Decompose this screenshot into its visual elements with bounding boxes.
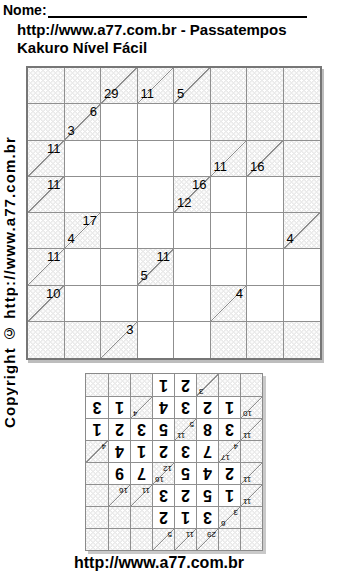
solution-digit: 3 [175,397,196,418]
solution-cell-r2-c0: 11 [240,484,262,506]
puzzle-cell-r5-c6[interactable] [247,249,284,285]
solution-cell-r0-c4: 5 [152,528,174,550]
right-clue: 6 [221,519,225,528]
puzzle-cell-r2-c6: 16 [247,141,284,177]
solution-cell-r2-c6: 16 [108,484,130,506]
puzzle-cell-r5-c7[interactable] [284,249,321,285]
puzzle-cell-r6-c1[interactable] [65,286,102,322]
solution-digit: 1 [153,374,174,396]
puzzle-cell-r0-c3: 11 [138,68,175,104]
solution-cell-r1-c1: 63 [218,506,240,528]
solution-cell-r2-c1: 1 [218,484,240,506]
puzzle-cell-r7-c3[interactable] [138,322,175,358]
solution-cell-r6-c0: 10 [240,396,262,418]
puzzle-cell-r0-c7 [284,68,321,104]
right-clue: 10 [243,409,252,418]
down-clue: 3 [68,124,75,138]
right-clue: 3 [126,323,133,337]
solution-cell-r6-c5: 4 [130,396,152,418]
solution-cell-r7-c7 [86,374,108,396]
solution-cell-r5-c7: 1 [86,418,108,440]
right-clue: 17 [83,214,97,228]
solution-digit: 1 [175,507,196,528]
puzzle-cell-r2-c2[interactable] [101,141,138,177]
puzzle-cell-r6-c4[interactable] [174,286,211,322]
puzzle-cell-r2-c1[interactable] [65,141,102,177]
puzzle-cell-r4-c6[interactable] [247,213,284,249]
puzzle-cell-r1-c5 [211,104,248,140]
down-clue: 5 [190,420,194,429]
solution-digit: 4 [197,463,218,484]
right-clue: 11 [177,431,185,440]
solution-cell-r3-c1: 2 [218,462,240,484]
solution-digit: 1 [86,419,108,440]
puzzle-cell-r2-c3[interactable] [138,141,175,177]
puzzle-cell-r2-c4[interactable] [174,141,211,177]
solution-cell-r7-c4: 1 [152,374,174,396]
solution-cell-r0-c7 [86,528,108,550]
puzzle-cell-r0-c6 [247,68,284,104]
solution-cell-r2-c2: 5 [196,484,218,506]
solution-digit: 7 [131,463,152,484]
solution-digit: 2 [109,419,130,440]
solution-cell-r6-c7: 3 [86,396,108,418]
puzzle-cell-r0-c1 [65,68,102,104]
solution-cell-r6-c1: 1 [218,396,240,418]
solution-cell-r5-c2: 8 [196,418,218,440]
solution-cell-r3-c7 [86,462,108,484]
solution-cell-r0-c6 [108,528,130,550]
down-clue: 16 [119,486,128,495]
down-clue: 4 [68,232,75,246]
solution-cell-r7-c2: 3 [196,374,218,396]
solution-digit: 2 [175,374,196,396]
solution-cell-r4-c3: 3 [174,440,196,462]
solution-cell-r0-c1 [218,528,240,550]
puzzle-title: Kakuro Nível Fácil [17,39,147,56]
puzzle-cell-r5-c0: 11 [28,249,65,285]
solution-cell-r4-c5: 1 [130,440,152,462]
solution-cell-r7-c3: 2 [174,374,196,396]
puzzle-cell-r1-c4[interactable] [174,104,211,140]
right-clue: 16 [155,475,164,484]
right-clue: 17 [221,453,230,462]
solution-cell-r1-c0 [240,506,262,528]
solution-cell-r5-c3: 115 [174,418,196,440]
solution-cell-r3-c3: 5 [174,462,196,484]
solution-cell-r6-c2: 2 [196,396,218,418]
puzzle-cell-r7-c5 [211,322,248,358]
puzzle-cell-r0-c0 [28,68,65,104]
down-clue: 11 [186,530,194,539]
solution-digit: 4 [153,397,174,418]
solution-digit: 1 [109,397,130,418]
puzzle-cell-r4-c5[interactable] [211,213,248,249]
puzzle-cell-r7-c7 [284,322,321,358]
solution-cell-r6-c4: 4 [152,396,174,418]
solution-digit: 2 [219,463,240,484]
solution-cell-r6-c6: 1 [108,396,130,418]
puzzle-cell-r7-c6 [247,322,284,358]
right-clue: 11 [47,178,61,192]
puzzle-cell-r4-c4[interactable] [174,213,211,249]
name-label: Nome: [3,2,47,18]
solution-cell-r7-c0 [240,374,262,396]
solution-digit: 3 [197,507,218,528]
solution-digit: 8 [197,419,218,440]
puzzle-cell-r3-c1[interactable] [65,177,102,213]
solution-digit: 2 [153,507,174,528]
down-clue: 4 [287,232,294,246]
solution-cell-r3-c6: 9 [108,462,130,484]
puzzle-cell-r6-c6[interactable] [247,286,284,322]
puzzle-cell-r3-c7 [284,177,321,213]
puzzle-cell-r6-c5: 4 [211,286,248,322]
solution-cell-r1-c4: 2 [152,506,174,528]
down-clue: 11 [214,160,228,174]
puzzle-cell-r5-c2[interactable] [101,249,138,285]
puzzle-cell-r4-c1: 174 [65,213,102,249]
solution-digit: 2 [175,485,196,506]
solution-digit: 5 [197,485,218,506]
kakuro-puzzle-grid: 29115631111161116121744111151043 [26,66,322,360]
puzzle-cell-r7-c2: 3 [101,322,138,358]
puzzle-cell-r1-c7 [284,104,321,140]
puzzle-cell-r2-c7 [284,141,321,177]
down-clue: 29 [104,87,118,101]
puzzle-cell-r2-c5: 11 [211,141,248,177]
puzzle-cell-r5-c1[interactable] [65,249,102,285]
solution-digit: 3 [131,419,152,440]
puzzle-cell-r6-c2[interactable] [101,286,138,322]
down-clue: 12 [177,196,191,210]
solution-cell-r4-c4: 2 [152,440,174,462]
solution-cell-r1-c5 [130,506,152,528]
solution-cell-r3-c2: 4 [196,462,218,484]
puzzle-cell-r5-c4[interactable] [174,249,211,285]
solution-cell-r3-c5: 7 [130,462,152,484]
puzzle-cell-r3-c6[interactable] [247,177,284,213]
solution-cell-r4-c2: 7 [196,440,218,462]
right-clue: 16 [192,178,206,192]
solution-cell-r0-c5 [130,528,152,550]
solution-digit: 1 [131,441,152,462]
puzzle-cell-r5-c5[interactable] [211,249,248,285]
right-clue: 3 [199,387,203,396]
kakuro-solution-grid: 2911563312111523111611245161279174732144… [85,373,263,551]
solution-cell-r5-c4: 5 [152,418,174,440]
solution-cell-r2-c7 [86,484,108,506]
solution-cell-r1-c7 [86,506,108,528]
puzzle-cell-r0-c4: 5 [174,68,211,104]
right-clue: 11 [243,497,251,506]
footer-url: http://www.a77.com.br [0,554,329,572]
solution-cell-r1-c3: 1 [174,506,196,528]
solution-cell-r1-c2: 3 [196,506,218,528]
solution-digit: 2 [153,441,174,462]
solution-cell-r3-c4: 1612 [152,462,174,484]
puzzle-cell-r1-c6 [247,104,284,140]
solution-cell-r4-c1: 174 [218,440,240,462]
down-clue: 11 [141,87,155,101]
solution-cell-r2-c3: 2 [174,484,196,506]
solution-cell-r5-c1: 3 [218,418,240,440]
down-clue: 12 [163,464,172,473]
puzzle-cell-r4-c2[interactable] [101,213,138,249]
puzzle-cell-r4-c3[interactable] [138,213,175,249]
down-clue: 5 [177,87,184,101]
solution-cell-r4-c7: 4 [86,440,108,462]
right-clue: 11 [243,475,251,484]
solution-digit: 5 [153,419,174,440]
down-clue: 16 [250,160,264,174]
puzzle-cell-r7-c4[interactable] [174,322,211,358]
solution-digit: 1 [219,397,240,418]
solution-cell-r2-c4: 3 [152,484,174,506]
solution-cell-r4-c0 [240,440,262,462]
down-clue: 5 [141,269,148,283]
puzzle-cell-r6-c0: 10 [28,286,65,322]
solution-cell-r2-c5: 11 [130,484,152,506]
kakuro-solution-grid-rotated: 2911563312111523111611245161279174732144… [86,374,262,550]
solution-digit: 9 [109,463,130,484]
puzzle-cell-r1-c1: 63 [65,104,102,140]
solution-cell-r4-c6: 4 [108,440,130,462]
puzzle-cell-r3-c5[interactable] [211,177,248,213]
solution-digit: 5 [175,463,196,484]
puzzle-cell-r3-c2[interactable] [101,177,138,213]
puzzle-cell-r0-c5 [211,68,248,104]
puzzle-cell-r4-c0 [28,213,65,249]
down-clue: 4 [234,442,238,451]
right-clue: 11 [157,250,171,264]
solution-digit: 3 [86,397,108,418]
puzzle-cell-r7-c0 [28,322,65,358]
solution-cell-r1-c6 [108,506,130,528]
solution-digit: 1 [219,485,240,506]
solution-cell-r0-c2: 29 [196,528,218,550]
name-line: Nome: [3,2,307,18]
solution-digit: 3 [219,419,240,440]
puzzle-cell-r6-c7[interactable] [284,286,321,322]
solution-digit: 3 [175,441,196,462]
right-clue: 11 [243,431,251,440]
puzzle-cell-r6-c3[interactable] [138,286,175,322]
puzzle-cell-r7-c1 [65,322,102,358]
site-url-heading: http://www.a77.com.br - Passatempos [17,21,287,38]
right-clue: 11 [47,250,61,264]
solution-cell-r7-c5 [130,374,152,396]
copyright-vertical-text: Copyright © http://www.a77.com.br [1,84,18,428]
solution-digit: 2 [197,397,218,418]
right-clue: 6 [90,105,97,119]
down-clue: 4 [102,442,106,451]
solution-digit: 7 [197,441,218,462]
puzzle-cell-r1-c3[interactable] [138,104,175,140]
puzzle-cell-r2-c0: 11 [28,141,65,177]
down-clue: 3 [234,508,238,517]
down-clue: 5 [168,530,172,539]
puzzle-cell-r1-c2[interactable] [101,104,138,140]
puzzle-cell-r3-c4: 1612 [174,177,211,213]
name-underline[interactable] [48,3,307,18]
down-clue: 11 [142,486,150,495]
solution-cell-r3-c0: 11 [240,462,262,484]
puzzle-cell-r3-c0: 11 [28,177,65,213]
puzzle-cell-r4-c7: 4 [284,213,321,249]
puzzle-cell-r1-c0 [28,104,65,140]
solution-cell-r5-c6: 2 [108,418,130,440]
right-clue: 11 [47,142,61,156]
puzzle-cell-r0-c2: 29 [101,68,138,104]
down-clue: 29 [207,530,216,539]
solution-cell-r0-c3: 11 [174,528,196,550]
solution-digit: 4 [109,441,130,462]
right-clue: 4 [133,409,137,418]
puzzle-cell-r3-c3[interactable] [138,177,175,213]
right-clue: 4 [236,287,243,301]
solution-cell-r0-c0 [240,528,262,550]
puzzle-cell-r5-c3: 115 [138,249,175,285]
solution-cell-r7-c1 [218,374,240,396]
solution-cell-r7-c6 [108,374,130,396]
right-clue: 10 [46,287,60,301]
solution-digit: 3 [153,485,174,506]
solution-cell-r5-c0: 11 [240,418,262,440]
solution-cell-r5-c5: 3 [130,418,152,440]
solution-cell-r6-c3: 3 [174,396,196,418]
